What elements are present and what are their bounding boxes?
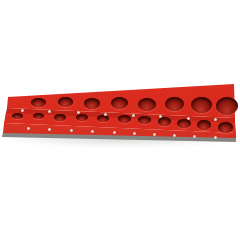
face-magnet-dot-4 (91, 130, 94, 133)
socket-hole-back-row-4 (111, 97, 128, 109)
step-magnet-dot-7 (187, 117, 190, 120)
face-magnet-dot-1 (27, 127, 30, 130)
face-magnet-dot-2 (48, 128, 51, 131)
socket-hole-back-row-8 (216, 97, 238, 115)
photo-background (0, 0, 240, 240)
face-magnet-dot-3 (70, 129, 73, 132)
socket-hole-front-row-10 (197, 120, 211, 130)
socket-hole-front-row-11 (218, 122, 233, 133)
socket-hole-front-row-9 (177, 119, 191, 128)
step-magnet-dot-1 (21, 109, 24, 112)
face-magnet-dot-6 (133, 132, 136, 135)
socket-hole-front-row-6 (118, 115, 131, 123)
face-magnet-dot-5 (113, 131, 116, 134)
face-magnet-dot-10 (214, 136, 217, 139)
socket-hole-front-row-4 (76, 114, 88, 121)
socket-hole-back-row-2 (58, 97, 73, 107)
step-magnet-dot-5 (132, 114, 135, 117)
socket-hole-back-row-6 (165, 97, 184, 111)
socket-hole-front-row-3 (54, 114, 66, 121)
face-magnet-dot-9 (193, 135, 196, 138)
step-magnet-dot-2 (48, 110, 51, 113)
face-magnet-dot-8 (173, 134, 176, 137)
socket-hole-back-row-5 (138, 98, 156, 111)
socket-hole-back-row-3 (84, 98, 100, 109)
socket-hole-front-row-2 (33, 113, 44, 119)
step-magnet-dot-4 (104, 113, 107, 116)
socket-hole-back-row-1 (31, 98, 46, 107)
face-magnet-dot-7 (153, 133, 156, 136)
socket-hole-back-row-7 (191, 97, 212, 113)
socket-hole-front-row-7 (138, 116, 151, 124)
socket-hole-front-row-5 (97, 115, 109, 122)
step-magnet-dot-6 (159, 115, 162, 118)
socket-hole-front-row-1 (12, 113, 23, 119)
step-magnet-dot-8 (214, 118, 217, 121)
